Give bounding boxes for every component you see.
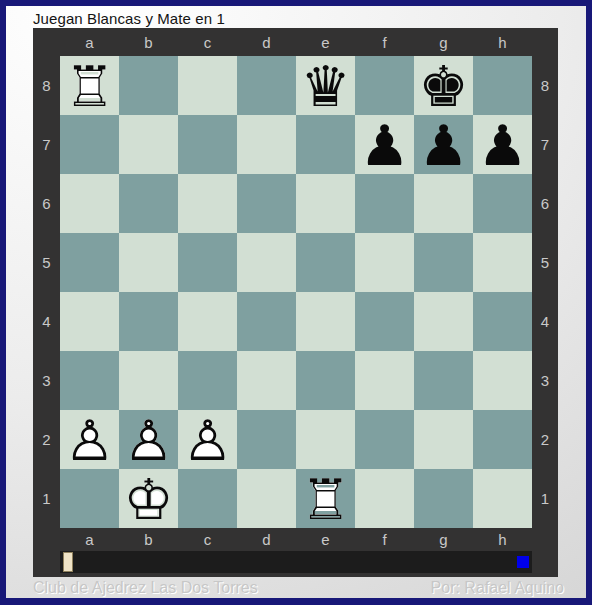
white-rook-outline: ♖ — [296, 470, 355, 529]
square-a4[interactable] — [60, 292, 119, 351]
square-a6[interactable] — [60, 174, 119, 233]
black-pawn-piece[interactable]: ♟ — [473, 115, 532, 174]
status-bar — [60, 551, 532, 573]
white-pawn-piece[interactable]: ♟♙ — [60, 410, 119, 469]
square-g2[interactable] — [414, 410, 473, 469]
rank-label-8: 8 — [532, 56, 558, 115]
rank-label-8: 8 — [33, 56, 60, 115]
rank-label-1: 1 — [33, 469, 60, 528]
square-c5[interactable] — [178, 233, 237, 292]
file-label-b: b — [119, 28, 178, 56]
file-label-e: e — [296, 28, 355, 56]
rank-labels-right: 87654321 — [532, 56, 558, 528]
square-d8[interactable] — [237, 56, 296, 115]
square-f1[interactable] — [355, 469, 414, 528]
status-left-marker — [63, 552, 73, 572]
white-rook-piece[interactable]: ♜♖ — [60, 56, 119, 115]
square-e7[interactable] — [296, 115, 355, 174]
black-king-glyph: ♚ — [414, 57, 473, 116]
square-a7[interactable] — [60, 115, 119, 174]
square-b5[interactable] — [119, 233, 178, 292]
file-label-f: f — [355, 528, 414, 551]
square-c8[interactable] — [178, 56, 237, 115]
square-f7[interactable]: ♟ — [355, 115, 414, 174]
file-label-d: d — [237, 28, 296, 56]
white-pawn-piece[interactable]: ♟♙ — [178, 410, 237, 469]
square-d7[interactable] — [237, 115, 296, 174]
square-d1[interactable] — [237, 469, 296, 528]
white-pawn-outline: ♙ — [178, 411, 237, 470]
square-h2[interactable] — [473, 410, 532, 469]
square-d6[interactable] — [237, 174, 296, 233]
square-b3[interactable] — [119, 351, 178, 410]
black-pawn-piece[interactable]: ♟ — [355, 115, 414, 174]
file-label-a: a — [60, 28, 119, 56]
credit-right: Por: Rafael Aquino — [431, 579, 564, 597]
white-king-piece[interactable]: ♚♔ — [119, 469, 178, 528]
square-h8[interactable] — [473, 56, 532, 115]
chess-board-frame: abcdefgh 87654321 ♜♖♛♚♟♟♟♟♙♟♙♟♙♚♔♜♖ 8765… — [33, 28, 558, 577]
file-label-g: g — [414, 528, 473, 551]
square-b7[interactable] — [119, 115, 178, 174]
square-b2[interactable]: ♟♙ — [119, 410, 178, 469]
square-c3[interactable] — [178, 351, 237, 410]
white-rook-outline: ♖ — [60, 57, 119, 116]
square-g7[interactable]: ♟ — [414, 115, 473, 174]
page-title: Juegan Blancas y Mate en 1 — [33, 10, 225, 27]
square-f2[interactable] — [355, 410, 414, 469]
square-d2[interactable] — [237, 410, 296, 469]
file-label-g: g — [414, 28, 473, 56]
chess-board: ♜♖♛♚♟♟♟♟♙♟♙♟♙♚♔♜♖ — [60, 56, 532, 528]
black-pawn-piece[interactable]: ♟ — [414, 115, 473, 174]
square-d4[interactable] — [237, 292, 296, 351]
square-a1[interactable] — [60, 469, 119, 528]
square-e6[interactable] — [296, 174, 355, 233]
square-h6[interactable] — [473, 174, 532, 233]
rank-label-6: 6 — [532, 174, 558, 233]
file-label-c: c — [178, 528, 237, 551]
white-king-outline: ♔ — [119, 470, 178, 529]
square-h4[interactable] — [473, 292, 532, 351]
square-e2[interactable] — [296, 410, 355, 469]
black-pawn-glyph: ♟ — [473, 116, 532, 175]
square-e5[interactable] — [296, 233, 355, 292]
rank-label-6: 6 — [33, 174, 60, 233]
square-g4[interactable] — [414, 292, 473, 351]
window: Juegan Blancas y Mate en 1 abcdefgh 8765… — [0, 0, 592, 605]
square-e4[interactable] — [296, 292, 355, 351]
square-f8[interactable] — [355, 56, 414, 115]
square-b4[interactable] — [119, 292, 178, 351]
rank-label-3: 3 — [33, 351, 60, 410]
square-f4[interactable] — [355, 292, 414, 351]
square-e3[interactable] — [296, 351, 355, 410]
square-c4[interactable] — [178, 292, 237, 351]
file-label-h: h — [473, 528, 532, 551]
square-d5[interactable] — [237, 233, 296, 292]
file-labels-top: abcdefgh — [60, 28, 532, 56]
black-king-piece[interactable]: ♚ — [414, 56, 473, 115]
white-pawn-piece[interactable]: ♟♙ — [119, 410, 178, 469]
black-pawn-glyph: ♟ — [414, 116, 473, 175]
rank-label-4: 4 — [532, 292, 558, 351]
square-b6[interactable] — [119, 174, 178, 233]
square-a2[interactable]: ♟♙ — [60, 410, 119, 469]
square-h1[interactable] — [473, 469, 532, 528]
black-queen-piece[interactable]: ♛ — [296, 56, 355, 115]
square-c2[interactable]: ♟♙ — [178, 410, 237, 469]
square-f3[interactable] — [355, 351, 414, 410]
square-c6[interactable] — [178, 174, 237, 233]
square-g6[interactable] — [414, 174, 473, 233]
rank-label-2: 2 — [33, 410, 60, 469]
rank-label-5: 5 — [33, 233, 60, 292]
white-pawn-outline: ♙ — [119, 411, 178, 470]
footer: Club de Ajedrez Las Dos Torres Por: Rafa… — [33, 579, 564, 597]
file-label-a: a — [60, 528, 119, 551]
credit-left: Club de Ajedrez Las Dos Torres — [33, 579, 258, 597]
file-label-h: h — [473, 28, 532, 56]
square-g5[interactable] — [414, 233, 473, 292]
white-rook-piece[interactable]: ♜♖ — [296, 469, 355, 528]
status-right-marker — [517, 556, 529, 568]
black-queen-glyph: ♛ — [296, 57, 355, 116]
square-e8[interactable]: ♛ — [296, 56, 355, 115]
square-c7[interactable] — [178, 115, 237, 174]
rank-label-1: 1 — [532, 469, 558, 528]
square-h3[interactable] — [473, 351, 532, 410]
file-label-c: c — [178, 28, 237, 56]
file-label-d: d — [237, 528, 296, 551]
square-f5[interactable] — [355, 233, 414, 292]
white-pawn-outline: ♙ — [60, 411, 119, 470]
rank-label-4: 4 — [33, 292, 60, 351]
square-g8[interactable]: ♚ — [414, 56, 473, 115]
rank-label-7: 7 — [532, 115, 558, 174]
square-d3[interactable] — [237, 351, 296, 410]
square-a8[interactable]: ♜♖ — [60, 56, 119, 115]
rank-label-7: 7 — [33, 115, 60, 174]
square-b8[interactable] — [119, 56, 178, 115]
square-a3[interactable] — [60, 351, 119, 410]
rank-label-3: 3 — [532, 351, 558, 410]
square-g1[interactable] — [414, 469, 473, 528]
square-g3[interactable] — [414, 351, 473, 410]
rank-label-2: 2 — [532, 410, 558, 469]
rank-label-5: 5 — [532, 233, 558, 292]
square-f6[interactable] — [355, 174, 414, 233]
square-a5[interactable] — [60, 233, 119, 292]
square-c1[interactable] — [178, 469, 237, 528]
square-h7[interactable]: ♟ — [473, 115, 532, 174]
square-h5[interactable] — [473, 233, 532, 292]
black-pawn-glyph: ♟ — [355, 116, 414, 175]
file-label-f: f — [355, 28, 414, 56]
rank-labels-left: 87654321 — [33, 56, 60, 528]
square-e1[interactable]: ♜♖ — [296, 469, 355, 528]
square-b1[interactable]: ♚♔ — [119, 469, 178, 528]
